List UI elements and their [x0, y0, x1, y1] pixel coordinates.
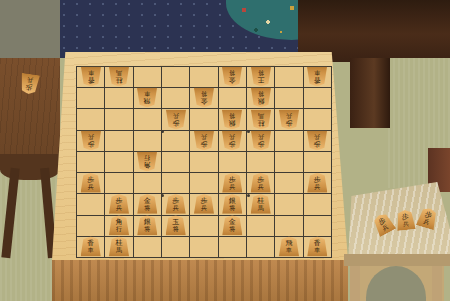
board-cell-r9c1[interactable]: 香車: [77, 237, 104, 257]
board-cell-r4c4[interactable]: [162, 131, 189, 151]
board-cell-r2c7[interactable]: 銀将: [247, 88, 274, 108]
piece-金将-bottom[interactable]: 金将: [137, 194, 158, 214]
piece-飛車-top[interactable]: 飛車: [137, 88, 158, 108]
board-cell-r7c3[interactable]: 金将: [134, 194, 161, 214]
right-stand-leg: [350, 266, 360, 301]
piece-金将-bottom[interactable]: 金将: [222, 215, 243, 235]
piece-銀将-top[interactable]: 銀将: [250, 88, 271, 108]
table-leg: [350, 58, 390, 128]
piece-角行-top[interactable]: 角行: [137, 152, 158, 172]
board-cell-r6c6[interactable]: 歩兵: [219, 173, 246, 193]
board-cell-r4c9[interactable]: 歩兵: [304, 131, 331, 151]
right-stand-leg: [432, 266, 442, 301]
board-cell-r3c4[interactable]: 歩兵: [162, 109, 189, 129]
piece-歩兵-bottom[interactable]: 歩兵: [307, 173, 328, 193]
board-cell-r7c6[interactable]: 銀将: [219, 194, 246, 214]
board-cell-r6c8[interactable]: [275, 173, 302, 193]
board-cell-r8c3[interactable]: 銀将: [134, 216, 161, 236]
board-cell-r5c6[interactable]: [219, 152, 246, 172]
board-cell-r8c7[interactable]: [247, 216, 274, 236]
board-cell-r2c8[interactable]: [275, 88, 302, 108]
board-cell-r7c1[interactable]: [77, 194, 104, 214]
scene: 歩兵 香車桂馬金将王将香車飛車金将銀将歩兵銀将桂馬歩兵歩兵歩兵歩兵歩兵歩兵角行歩…: [0, 0, 450, 301]
piece-歩兵-top[interactable]: 歩兵: [250, 130, 271, 150]
tatami-mat: [0, 0, 68, 58]
piece-銀将-top[interactable]: 銀将: [222, 109, 243, 129]
board-cell-r9c5[interactable]: [190, 237, 217, 257]
board-cell-r5c7[interactable]: [247, 152, 274, 172]
piece-桂馬-top[interactable]: 桂馬: [250, 109, 271, 129]
board-cell-r7c4[interactable]: 歩兵: [162, 194, 189, 214]
board-cell-r2c6[interactable]: [219, 88, 246, 108]
piece-香車-bottom[interactable]: 香車: [307, 236, 328, 256]
board-cell-r8c6[interactable]: 金将: [219, 216, 246, 236]
piece-角行-bottom[interactable]: 角行: [108, 215, 129, 235]
piece-桂馬-bottom[interactable]: 桂馬: [250, 194, 271, 214]
board-cell-r7c2[interactable]: 歩兵: [105, 194, 132, 214]
piece-金将-top[interactable]: 金将: [222, 67, 243, 87]
piece-歩兵-top[interactable]: 歩兵: [165, 109, 186, 129]
board-cell-r3c7[interactable]: 桂馬: [247, 109, 274, 129]
board-cell-r7c8[interactable]: [275, 194, 302, 214]
piece-歩兵-bottom[interactable]: 歩兵: [108, 194, 129, 214]
board-cell-r4c8[interactable]: [275, 131, 302, 151]
board-cell-r1c7[interactable]: 王将: [247, 67, 274, 87]
piece-金将-top[interactable]: 金将: [193, 88, 214, 108]
board-cell-r1c8[interactable]: [275, 67, 302, 87]
board-cell-r3c3[interactable]: [134, 109, 161, 129]
piece-香車-bottom[interactable]: 香車: [80, 236, 101, 256]
right-piece-stand: 歩兵歩兵歩兵: [344, 182, 450, 301]
piece-香車-top[interactable]: 香車: [80, 67, 101, 87]
board-cell-r3c8[interactable]: 歩兵: [275, 109, 302, 129]
board-cell-r6c4[interactable]: [162, 173, 189, 193]
board-cell-r9c7[interactable]: [247, 237, 274, 257]
right-stand-edge: [344, 254, 450, 266]
shogi-board: 香車桂馬金将王将香車飛車金将銀将歩兵銀将桂馬歩兵歩兵歩兵歩兵歩兵歩兵角行歩兵歩兵…: [52, 52, 348, 301]
board-cell-r8c1[interactable]: [77, 216, 104, 236]
board-cell-r1c5[interactable]: [190, 67, 217, 87]
piece-銀将-bottom[interactable]: 銀将: [137, 215, 158, 235]
board-cell-r2c2[interactable]: [105, 88, 132, 108]
board-cell-r7c5[interactable]: 歩兵: [190, 194, 217, 214]
board-cell-r5c3[interactable]: 角行: [134, 152, 161, 172]
board-cell-r3c6[interactable]: 銀将: [219, 109, 246, 129]
board-cell-r3c2[interactable]: [105, 109, 132, 129]
board-cell-r1c1[interactable]: 香車: [77, 67, 104, 87]
board-cell-r9c9[interactable]: 香車: [304, 237, 331, 257]
board-cell-r8c2[interactable]: 角行: [105, 216, 132, 236]
board-grid: 香車桂馬金将王将香車飛車金将銀将歩兵銀将桂馬歩兵歩兵歩兵歩兵歩兵歩兵角行歩兵歩兵…: [76, 66, 332, 258]
board-cell-r3c1[interactable]: [77, 109, 104, 129]
piece-歩兵-bottom[interactable]: 歩兵: [250, 173, 271, 193]
board-cell-r5c4[interactable]: [162, 152, 189, 172]
board-cell-r1c3[interactable]: [134, 67, 161, 87]
board-cell-r5c8[interactable]: [275, 152, 302, 172]
hoshi-dot: [247, 130, 250, 133]
board-cell-r7c7[interactable]: 桂馬: [247, 194, 274, 214]
board-cell-r2c4[interactable]: [162, 88, 189, 108]
piece-歩兵-bottom[interactable]: 歩兵: [193, 194, 214, 214]
left-stand-top: [0, 58, 60, 154]
board-cell-r5c1[interactable]: [77, 152, 104, 172]
piece-歩兵-top[interactable]: 歩兵: [307, 130, 328, 150]
piece-歩兵-bottom[interactable]: 歩兵: [222, 173, 243, 193]
board-cell-r3c9[interactable]: [304, 109, 331, 129]
board-cell-r5c5[interactable]: [190, 152, 217, 172]
board-cell-r8c8[interactable]: [275, 216, 302, 236]
board-cell-r4c3[interactable]: [134, 131, 161, 151]
board-cell-r2c1[interactable]: [77, 88, 104, 108]
board-cell-r3c5[interactable]: [190, 109, 217, 129]
board-cell-r8c4[interactable]: 玉将: [162, 216, 189, 236]
board-cell-r1c6[interactable]: 金将: [219, 67, 246, 87]
left-stand-leg: [1, 168, 19, 258]
board-cell-r1c4[interactable]: [162, 67, 189, 87]
piece-歩兵-top[interactable]: 歩兵: [80, 130, 101, 150]
board-cell-r4c1[interactable]: 歩兵: [77, 131, 104, 151]
piece-歩兵-top[interactable]: 歩兵: [193, 130, 214, 150]
board-cell-r6c9[interactable]: 歩兵: [304, 173, 331, 193]
board-cell-r2c5[interactable]: 金将: [190, 88, 217, 108]
board-cell-r5c2[interactable]: [105, 152, 132, 172]
board-cell-r4c5[interactable]: 歩兵: [190, 131, 217, 151]
piece-桂馬-top[interactable]: 桂馬: [108, 67, 129, 87]
piece-歩兵-bottom[interactable]: 歩兵: [80, 173, 101, 193]
piece-玉将-bottom[interactable]: 玉将: [165, 215, 186, 235]
board-front-face: [52, 260, 348, 301]
piece-銀将-bottom[interactable]: 銀将: [222, 194, 243, 214]
board-cell-r6c7[interactable]: 歩兵: [247, 173, 274, 193]
piece-飛車-bottom[interactable]: 飛車: [278, 236, 299, 256]
board-cell-r1c2[interactable]: 桂馬: [105, 67, 132, 87]
piece-桂馬-bottom[interactable]: 桂馬: [108, 236, 129, 256]
board-cell-r6c2[interactable]: [105, 173, 132, 193]
board-cell-r8c9[interactable]: [304, 216, 331, 236]
board-cell-r7c9[interactable]: [304, 194, 331, 214]
board-cell-r4c7[interactable]: 歩兵: [247, 131, 274, 151]
board-cell-r2c3[interactable]: 飛車: [134, 88, 161, 108]
board-cell-r2c9[interactable]: [304, 88, 331, 108]
board-cell-r5c9[interactable]: [304, 152, 331, 172]
hoshi-dot: [247, 194, 250, 197]
piece-歩兵-top[interactable]: 歩兵: [222, 130, 243, 150]
board-cell-r6c1[interactable]: 歩兵: [77, 173, 104, 193]
piece-歩兵-bottom[interactable]: 歩兵: [165, 194, 186, 214]
board-cell-r9c8[interactable]: 飛車: [275, 237, 302, 257]
piece-王将-top[interactable]: 王将: [250, 67, 271, 87]
board-cell-r8c5[interactable]: [190, 216, 217, 236]
piece-香車-top[interactable]: 香車: [307, 67, 328, 87]
board-cell-r6c5[interactable]: [190, 173, 217, 193]
board-cell-r4c2[interactable]: [105, 131, 132, 151]
board-cell-r9c2[interactable]: 桂馬: [105, 237, 132, 257]
board-cell-r9c3[interactable]: [134, 237, 161, 257]
board-cell-r6c3[interactable]: [134, 173, 161, 193]
left-piece-stand: 歩兵: [0, 58, 60, 258]
board-cell-r1c9[interactable]: 香車: [304, 67, 331, 87]
piece-歩兵-top[interactable]: 歩兵: [278, 109, 299, 129]
board-cell-r9c6[interactable]: [219, 237, 246, 257]
board-cell-r9c4[interactable]: [162, 237, 189, 257]
board-cell-r4c6[interactable]: 歩兵: [219, 131, 246, 151]
